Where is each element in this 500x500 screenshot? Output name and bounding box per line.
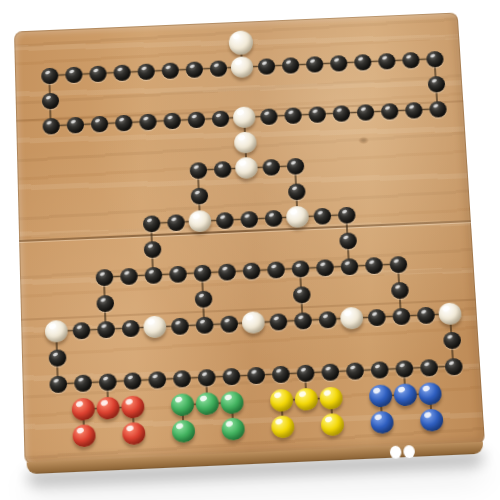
hole[interactable] — [137, 63, 155, 80]
green-marble[interactable] — [171, 393, 195, 416]
white-marble[interactable] — [234, 131, 257, 153]
hole[interactable] — [259, 108, 277, 125]
red-marble[interactable] — [96, 396, 119, 419]
hole[interactable] — [286, 157, 304, 174]
hole[interactable] — [392, 307, 410, 324]
hole[interactable] — [292, 286, 310, 303]
hole[interactable] — [390, 281, 408, 298]
hole[interactable] — [262, 158, 280, 175]
hole[interactable] — [41, 67, 59, 84]
hole[interactable] — [284, 107, 302, 124]
hole[interactable] — [271, 365, 289, 383]
hole[interactable] — [247, 366, 265, 384]
hole[interactable] — [169, 265, 187, 282]
hole[interactable] — [41, 92, 59, 109]
hole[interactable] — [240, 210, 258, 227]
hole[interactable] — [321, 363, 339, 381]
hole[interactable] — [427, 75, 445, 92]
hole[interactable] — [190, 187, 208, 204]
hole[interactable] — [305, 56, 323, 73]
hole[interactable] — [189, 162, 207, 179]
hole[interactable] — [308, 106, 326, 123]
hole[interactable] — [113, 64, 131, 81]
hole[interactable] — [222, 367, 240, 385]
hole[interactable] — [98, 373, 116, 391]
hole[interactable] — [291, 260, 309, 277]
hole[interactable] — [370, 361, 388, 379]
hole[interactable] — [194, 290, 212, 307]
hole[interactable] — [96, 294, 114, 311]
hole[interactable] — [215, 212, 233, 229]
red-marble[interactable] — [72, 424, 95, 447]
green-marble[interactable] — [172, 420, 196, 443]
hole[interactable] — [220, 315, 238, 332]
hole[interactable] — [197, 368, 215, 386]
white-marble[interactable] — [45, 320, 68, 343]
white-marble[interactable] — [438, 302, 462, 325]
hole[interactable] — [65, 66, 83, 83]
hole[interactable] — [74, 374, 92, 392]
hole[interactable] — [425, 50, 443, 67]
white-marble[interactable] — [233, 106, 256, 128]
red-marble[interactable] — [121, 395, 144, 418]
hole[interactable] — [218, 263, 236, 280]
hole[interactable] — [49, 375, 67, 393]
hole[interactable] — [257, 58, 275, 75]
hole[interactable] — [266, 261, 284, 278]
hole[interactable] — [142, 215, 160, 232]
white-marble[interactable] — [231, 56, 254, 78]
hole[interactable] — [377, 52, 395, 69]
hole[interactable] — [315, 259, 333, 276]
hole[interactable] — [95, 268, 113, 285]
hole[interactable] — [211, 110, 229, 127]
hole[interactable] — [269, 313, 287, 330]
board-grid — [36, 21, 469, 451]
hole[interactable] — [395, 360, 413, 378]
hole[interactable] — [139, 113, 157, 130]
hole[interactable] — [293, 312, 311, 329]
hole[interactable] — [187, 111, 205, 128]
hole[interactable] — [313, 207, 331, 224]
red-marble[interactable] — [122, 422, 146, 445]
white-marble[interactable] — [286, 206, 309, 229]
hole[interactable] — [404, 102, 422, 119]
hole[interactable] — [337, 206, 355, 223]
blue-marble[interactable] — [418, 382, 442, 405]
yellow-marble[interactable] — [319, 387, 343, 410]
hole[interactable] — [428, 100, 446, 117]
green-marble[interactable] — [220, 391, 244, 414]
blue-marble[interactable] — [369, 384, 393, 407]
red-marble[interactable] — [72, 398, 95, 421]
yellow-marble[interactable] — [321, 413, 345, 436]
game-board — [14, 12, 485, 464]
blue-marble[interactable] — [420, 409, 444, 432]
hole[interactable] — [339, 232, 357, 249]
hole[interactable] — [42, 117, 60, 134]
hole[interactable] — [318, 311, 336, 328]
white-marble[interactable] — [188, 210, 211, 233]
hole[interactable] — [89, 65, 107, 82]
hole[interactable] — [401, 51, 419, 68]
hole[interactable] — [340, 258, 358, 275]
hole[interactable] — [123, 372, 141, 390]
hole[interactable] — [121, 319, 139, 337]
hole[interactable] — [161, 62, 179, 79]
hole[interactable] — [264, 209, 282, 226]
hole[interactable] — [90, 115, 108, 132]
white-marble[interactable] — [143, 315, 166, 338]
green-marble[interactable] — [195, 392, 219, 415]
hole[interactable] — [48, 349, 66, 367]
white-marble-goal[interactable] — [228, 30, 253, 55]
hole[interactable] — [195, 316, 213, 333]
hole[interactable] — [419, 358, 437, 376]
hole[interactable] — [345, 362, 363, 380]
hole[interactable] — [296, 364, 314, 382]
hole[interactable] — [143, 240, 161, 257]
hole[interactable] — [170, 317, 188, 334]
white-marble[interactable] — [235, 157, 258, 179]
white-marble[interactable] — [340, 307, 364, 330]
hole[interactable] — [367, 308, 385, 325]
green-marble[interactable] — [221, 417, 245, 440]
hole[interactable] — [185, 61, 203, 78]
blue-marble[interactable] — [370, 411, 394, 434]
hole[interactable] — [114, 114, 132, 131]
yellow-marble[interactable] — [271, 415, 295, 438]
hole[interactable] — [72, 321, 90, 339]
hole[interactable] — [172, 370, 190, 388]
hole[interactable] — [287, 183, 305, 200]
hole[interactable] — [120, 267, 138, 284]
hole[interactable] — [242, 262, 260, 279]
hole[interactable] — [148, 371, 166, 389]
hole[interactable] — [167, 214, 185, 231]
hole[interactable] — [364, 256, 382, 273]
yellow-marble[interactable] — [270, 389, 294, 412]
hole[interactable] — [332, 105, 350, 122]
hole[interactable] — [356, 104, 374, 121]
hole[interactable] — [389, 255, 407, 272]
hole[interactable] — [329, 55, 347, 72]
hole[interactable] — [281, 57, 299, 74]
hole[interactable] — [380, 103, 398, 120]
white-marble[interactable] — [242, 311, 266, 334]
blue-marble[interactable] — [393, 383, 417, 406]
hole[interactable] — [193, 264, 211, 281]
hole[interactable] — [66, 116, 84, 133]
hole[interactable] — [442, 331, 460, 349]
hole[interactable] — [353, 54, 371, 71]
hole[interactable] — [209, 60, 227, 77]
hole[interactable] — [97, 320, 115, 338]
hole[interactable] — [416, 306, 434, 323]
hole[interactable] — [213, 161, 231, 178]
product-photo-scene — [0, 0, 500, 500]
yellow-marble[interactable] — [294, 388, 318, 411]
hole[interactable] — [163, 112, 181, 129]
hole[interactable] — [144, 266, 162, 283]
hole[interactable] — [444, 357, 463, 375]
